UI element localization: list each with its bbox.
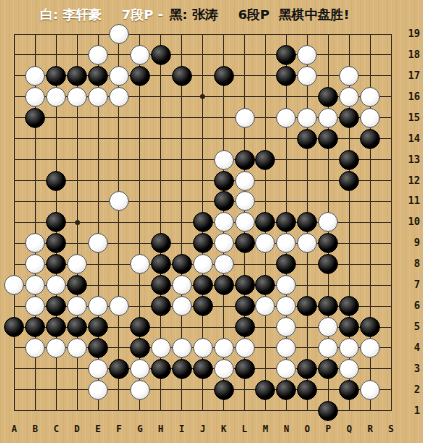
white-stone <box>214 233 234 253</box>
white-stone <box>109 66 129 86</box>
column-label: D <box>67 424 88 434</box>
black-stone <box>339 296 359 316</box>
black-stone <box>318 359 338 379</box>
black-stone <box>360 129 380 149</box>
white-stone <box>276 359 296 379</box>
black-stone <box>214 171 234 191</box>
black-rank-label: 6段P <box>238 6 270 24</box>
white-stone <box>109 87 129 107</box>
white-stone <box>88 296 108 316</box>
black-stone <box>214 275 234 295</box>
white-stone <box>193 338 213 358</box>
black-stone <box>88 66 108 86</box>
black-stone <box>67 275 87 295</box>
black-stone <box>255 380 275 400</box>
white-stone <box>297 233 317 253</box>
white-stone <box>25 254 45 274</box>
black-stone <box>46 296 66 316</box>
black-stone <box>46 317 66 337</box>
row-label: 12 <box>400 175 420 186</box>
star-point <box>75 220 80 225</box>
black-stone <box>318 129 338 149</box>
column-label: G <box>129 424 150 434</box>
black-stone <box>151 233 171 253</box>
black-stone <box>339 171 359 191</box>
column-label: L <box>234 424 255 434</box>
column-label: S <box>381 424 402 434</box>
row-label: 18 <box>400 49 420 60</box>
black-stone <box>235 233 255 253</box>
white-stone <box>193 254 213 274</box>
black-stone <box>276 66 296 86</box>
black-stone <box>130 317 150 337</box>
black-stone <box>339 380 359 400</box>
grid-line-vertical <box>391 34 392 412</box>
go-game-viewer: 白: 李轩豪 7段P - 黑: 张涛 6段P 黑棋中盘胜! ABCDEFGHIJ… <box>0 0 423 443</box>
row-label: 7 <box>400 279 420 290</box>
black-stone <box>297 129 317 149</box>
white-stone <box>276 275 296 295</box>
column-label: B <box>25 424 46 434</box>
black-stone <box>46 171 66 191</box>
black-stone <box>339 108 359 128</box>
white-stone <box>151 338 171 358</box>
black-stone <box>151 45 171 65</box>
black-stone <box>46 254 66 274</box>
row-label: 15 <box>400 112 420 123</box>
white-stone <box>88 233 108 253</box>
black-stone <box>151 296 171 316</box>
column-label: K <box>213 424 234 434</box>
column-label: N <box>276 424 297 434</box>
white-stone <box>172 275 192 295</box>
black-stone <box>235 317 255 337</box>
white-stone <box>46 87 66 107</box>
column-label: H <box>150 424 171 434</box>
black-stone <box>172 66 192 86</box>
row-label: 1 <box>400 405 420 416</box>
white-stone <box>214 254 234 274</box>
column-label: R <box>360 424 381 434</box>
black-stone <box>255 275 275 295</box>
black-stone <box>193 233 213 253</box>
column-label: A <box>4 424 25 434</box>
row-label: 13 <box>400 154 420 165</box>
star-point <box>200 94 205 99</box>
column-label: J <box>192 424 213 434</box>
white-stone <box>25 233 45 253</box>
black-stone <box>109 359 129 379</box>
white-stone <box>67 338 87 358</box>
white-stone <box>172 296 192 316</box>
black-stone <box>235 359 255 379</box>
column-label: I <box>171 424 192 434</box>
white-stone <box>276 338 296 358</box>
black-stone <box>318 296 338 316</box>
black-stone <box>88 338 108 358</box>
black-stone <box>4 317 24 337</box>
black-stone <box>276 212 296 232</box>
white-stone <box>276 317 296 337</box>
black-stone <box>67 317 87 337</box>
white-stone <box>67 296 87 316</box>
black-stone <box>46 233 66 253</box>
row-label: 10 <box>400 216 420 227</box>
row-label: 2 <box>400 384 420 395</box>
white-stone <box>109 296 129 316</box>
row-label: 4 <box>400 342 420 353</box>
black-stone <box>297 359 317 379</box>
row-label: 8 <box>400 258 420 269</box>
black-stone <box>151 359 171 379</box>
white-stone <box>276 233 296 253</box>
white-stone <box>25 275 45 295</box>
black-stone <box>193 359 213 379</box>
white-stone <box>235 108 255 128</box>
row-label: 6 <box>400 300 420 311</box>
white-stone <box>318 317 338 337</box>
row-label: 14 <box>400 133 420 144</box>
white-stone <box>4 275 24 295</box>
black-stone <box>25 108 45 128</box>
game-result-label: 黑棋中盘胜! <box>279 6 350 24</box>
black-stone <box>214 380 234 400</box>
white-stone <box>318 212 338 232</box>
white-stone <box>339 359 359 379</box>
black-stone <box>151 275 171 295</box>
black-player-label: 黑: 张涛 <box>169 6 218 24</box>
black-stone <box>339 317 359 337</box>
white-stone <box>46 338 66 358</box>
white-player-label: 白: 李轩豪 <box>40 6 102 24</box>
column-label: C <box>46 424 67 434</box>
black-stone <box>172 254 192 274</box>
grid-line-horizontal <box>14 389 392 390</box>
black-stone <box>276 254 296 274</box>
black-stone <box>360 317 380 337</box>
white-stone <box>339 66 359 86</box>
white-stone <box>88 380 108 400</box>
white-stone <box>235 171 255 191</box>
white-stone <box>276 108 296 128</box>
white-stone <box>67 254 87 274</box>
white-stone <box>214 359 234 379</box>
black-stone <box>46 66 66 86</box>
column-label: P <box>318 424 339 434</box>
white-stone <box>360 338 380 358</box>
column-label: M <box>255 424 276 434</box>
white-stone <box>297 45 317 65</box>
black-stone <box>297 296 317 316</box>
column-label: O <box>297 424 318 434</box>
white-stone <box>109 24 129 44</box>
black-stone <box>214 191 234 211</box>
white-stone <box>130 45 150 65</box>
black-stone <box>297 380 317 400</box>
row-label: 3 <box>400 363 420 374</box>
white-stone <box>214 150 234 170</box>
black-stone <box>46 212 66 232</box>
column-label: Q <box>339 424 360 434</box>
row-label: 9 <box>400 237 420 248</box>
black-stone <box>276 380 296 400</box>
black-stone <box>318 401 338 421</box>
white-stone <box>360 108 380 128</box>
row-label: 16 <box>400 91 420 102</box>
white-stone <box>88 359 108 379</box>
white-stone <box>25 296 45 316</box>
black-stone <box>297 212 317 232</box>
white-stone <box>297 108 317 128</box>
white-stone <box>25 66 45 86</box>
row-label: 5 <box>400 321 420 332</box>
black-stone <box>25 317 45 337</box>
black-stone <box>235 275 255 295</box>
white-stone <box>130 359 150 379</box>
black-stone <box>130 338 150 358</box>
black-stone <box>172 359 192 379</box>
white-stone <box>25 338 45 358</box>
white-stone <box>214 338 234 358</box>
black-stone <box>193 296 213 316</box>
white-stone <box>46 275 66 295</box>
white-stone <box>88 87 108 107</box>
row-label: 11 <box>400 195 420 206</box>
black-stone <box>339 150 359 170</box>
row-label: 19 <box>400 28 420 39</box>
black-stone <box>255 212 275 232</box>
white-stone <box>360 380 380 400</box>
black-stone <box>214 66 234 86</box>
black-stone <box>235 150 255 170</box>
white-stone <box>130 254 150 274</box>
black-stone <box>318 233 338 253</box>
white-stone <box>318 338 338 358</box>
white-stone <box>172 338 192 358</box>
black-stone <box>88 317 108 337</box>
row-label: 17 <box>400 70 420 81</box>
white-stone <box>297 66 317 86</box>
black-stone <box>151 254 171 274</box>
white-stone <box>67 87 87 107</box>
black-stone <box>193 212 213 232</box>
white-stone <box>276 296 296 316</box>
white-stone <box>235 191 255 211</box>
white-stone <box>255 296 275 316</box>
white-stone <box>130 380 150 400</box>
white-stone <box>339 338 359 358</box>
white-rank-label: 7段P - <box>122 6 164 24</box>
black-stone <box>193 275 213 295</box>
white-stone <box>339 87 359 107</box>
column-label: F <box>108 424 129 434</box>
black-stone <box>255 150 275 170</box>
black-stone <box>67 66 87 86</box>
black-stone <box>130 66 150 86</box>
white-stone <box>360 87 380 107</box>
white-stone <box>318 108 338 128</box>
black-stone <box>276 45 296 65</box>
black-stone <box>235 296 255 316</box>
column-label: E <box>88 424 109 434</box>
game-info-header: 白: 李轩豪 7段P - 黑: 张涛 6段P 黑棋中盘胜! <box>40 6 349 24</box>
black-stone <box>318 254 338 274</box>
white-stone <box>109 191 129 211</box>
white-stone <box>25 87 45 107</box>
white-stone <box>214 212 234 232</box>
white-stone <box>235 212 255 232</box>
white-stone <box>235 338 255 358</box>
white-stone <box>255 233 275 253</box>
white-stone <box>88 45 108 65</box>
black-stone <box>318 87 338 107</box>
